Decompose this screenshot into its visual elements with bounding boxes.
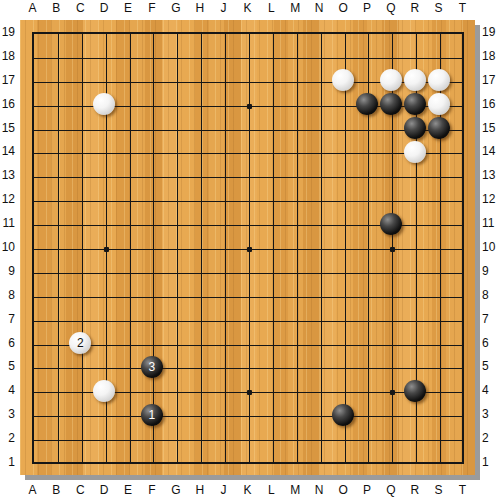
intersection-K7[interactable] bbox=[236, 307, 260, 331]
intersection-G14[interactable] bbox=[164, 140, 188, 164]
intersection-E15[interactable] bbox=[116, 116, 140, 140]
intersection-A5[interactable] bbox=[21, 355, 45, 379]
intersection-M14[interactable] bbox=[283, 140, 307, 164]
intersection-O19[interactable] bbox=[331, 21, 355, 45]
white-stone-D4[interactable] bbox=[93, 380, 115, 402]
intersection-Q3[interactable] bbox=[379, 403, 403, 427]
intersection-K16[interactable] bbox=[236, 92, 260, 116]
intersection-T12[interactable] bbox=[451, 188, 475, 212]
intersection-B3[interactable] bbox=[44, 403, 68, 427]
intersection-E17[interactable] bbox=[116, 68, 140, 92]
intersection-K6[interactable] bbox=[236, 331, 260, 355]
intersection-N9[interactable] bbox=[307, 259, 331, 283]
intersection-D11[interactable] bbox=[92, 212, 116, 236]
intersection-C18[interactable] bbox=[68, 44, 92, 68]
intersection-H1[interactable] bbox=[188, 451, 212, 475]
intersection-G11[interactable] bbox=[164, 212, 188, 236]
intersection-F19[interactable] bbox=[140, 21, 164, 45]
intersection-F9[interactable] bbox=[140, 259, 164, 283]
intersection-P11[interactable] bbox=[355, 212, 379, 236]
intersection-C17[interactable] bbox=[68, 68, 92, 92]
intersection-F1[interactable] bbox=[140, 451, 164, 475]
intersection-S4[interactable] bbox=[427, 379, 451, 403]
intersection-O18[interactable] bbox=[331, 44, 355, 68]
intersection-F15[interactable] bbox=[140, 116, 164, 140]
intersection-Q18[interactable] bbox=[379, 44, 403, 68]
intersection-E12[interactable] bbox=[116, 188, 140, 212]
intersection-H8[interactable] bbox=[188, 283, 212, 307]
intersection-G15[interactable] bbox=[164, 116, 188, 140]
intersection-A7[interactable] bbox=[21, 307, 45, 331]
intersection-K4[interactable] bbox=[236, 379, 260, 403]
intersection-F3[interactable]: 1 bbox=[140, 403, 164, 427]
intersection-Q15[interactable] bbox=[379, 116, 403, 140]
intersection-N14[interactable] bbox=[307, 140, 331, 164]
intersection-O17[interactable] bbox=[331, 68, 355, 92]
intersection-S14[interactable] bbox=[427, 140, 451, 164]
white-stone-S16[interactable] bbox=[428, 93, 450, 115]
intersection-N16[interactable] bbox=[307, 92, 331, 116]
intersection-D15[interactable] bbox=[92, 116, 116, 140]
intersection-E10[interactable] bbox=[116, 236, 140, 260]
intersection-F11[interactable] bbox=[140, 212, 164, 236]
intersection-R18[interactable] bbox=[403, 44, 427, 68]
intersection-P9[interactable] bbox=[355, 259, 379, 283]
intersection-C19[interactable] bbox=[68, 21, 92, 45]
intersection-F18[interactable] bbox=[140, 44, 164, 68]
intersection-P8[interactable] bbox=[355, 283, 379, 307]
intersection-P10[interactable] bbox=[355, 236, 379, 260]
intersection-B14[interactable] bbox=[44, 140, 68, 164]
intersection-E18[interactable] bbox=[116, 44, 140, 68]
intersection-P17[interactable] bbox=[355, 68, 379, 92]
intersection-P19[interactable] bbox=[355, 21, 379, 45]
intersection-R12[interactable] bbox=[403, 188, 427, 212]
intersection-R6[interactable] bbox=[403, 331, 427, 355]
black-stone-R4[interactable] bbox=[404, 380, 426, 402]
intersection-F6[interactable] bbox=[140, 331, 164, 355]
intersection-C12[interactable] bbox=[68, 188, 92, 212]
intersection-S8[interactable] bbox=[427, 283, 451, 307]
intersection-B6[interactable] bbox=[44, 331, 68, 355]
intersection-B16[interactable] bbox=[44, 92, 68, 116]
intersection-Q2[interactable] bbox=[379, 427, 403, 451]
intersection-J9[interactable] bbox=[212, 259, 236, 283]
intersection-R3[interactable] bbox=[403, 403, 427, 427]
intersection-H7[interactable] bbox=[188, 307, 212, 331]
intersection-G1[interactable] bbox=[164, 451, 188, 475]
intersection-S18[interactable] bbox=[427, 44, 451, 68]
white-stone-S17[interactable] bbox=[428, 69, 450, 91]
intersection-N4[interactable] bbox=[307, 379, 331, 403]
intersection-L17[interactable] bbox=[259, 68, 283, 92]
intersection-J3[interactable] bbox=[212, 403, 236, 427]
intersection-K9[interactable] bbox=[236, 259, 260, 283]
black-stone-Q11[interactable] bbox=[380, 213, 402, 235]
intersection-T15[interactable] bbox=[451, 116, 475, 140]
intersection-L16[interactable] bbox=[259, 92, 283, 116]
intersection-A2[interactable] bbox=[21, 427, 45, 451]
intersection-K1[interactable] bbox=[236, 451, 260, 475]
intersection-E6[interactable] bbox=[116, 331, 140, 355]
intersection-B17[interactable] bbox=[44, 68, 68, 92]
intersection-T18[interactable] bbox=[451, 44, 475, 68]
intersection-K12[interactable] bbox=[236, 188, 260, 212]
intersection-B11[interactable] bbox=[44, 212, 68, 236]
intersection-T8[interactable] bbox=[451, 283, 475, 307]
intersection-T16[interactable] bbox=[451, 92, 475, 116]
intersection-L19[interactable] bbox=[259, 21, 283, 45]
intersection-D8[interactable] bbox=[92, 283, 116, 307]
intersection-E9[interactable] bbox=[116, 259, 140, 283]
intersection-S9[interactable] bbox=[427, 259, 451, 283]
intersection-A3[interactable] bbox=[21, 403, 45, 427]
intersection-O12[interactable] bbox=[331, 188, 355, 212]
intersection-L4[interactable] bbox=[259, 379, 283, 403]
intersection-D18[interactable] bbox=[92, 44, 116, 68]
intersection-P2[interactable] bbox=[355, 427, 379, 451]
intersection-L11[interactable] bbox=[259, 212, 283, 236]
intersection-P4[interactable] bbox=[355, 379, 379, 403]
intersection-H15[interactable] bbox=[188, 116, 212, 140]
intersection-M5[interactable] bbox=[283, 355, 307, 379]
intersection-M11[interactable] bbox=[283, 212, 307, 236]
intersection-C15[interactable] bbox=[68, 116, 92, 140]
intersection-C9[interactable] bbox=[68, 259, 92, 283]
intersection-P3[interactable] bbox=[355, 403, 379, 427]
intersection-D17[interactable] bbox=[92, 68, 116, 92]
black-stone-Q16[interactable] bbox=[380, 93, 402, 115]
intersection-N5[interactable] bbox=[307, 355, 331, 379]
intersection-R9[interactable] bbox=[403, 259, 427, 283]
intersection-R2[interactable] bbox=[403, 427, 427, 451]
intersection-J10[interactable] bbox=[212, 236, 236, 260]
intersection-G8[interactable] bbox=[164, 283, 188, 307]
intersection-G10[interactable] bbox=[164, 236, 188, 260]
intersection-N1[interactable] bbox=[307, 451, 331, 475]
white-stone-C6[interactable]: 2 bbox=[69, 332, 91, 354]
intersection-E19[interactable] bbox=[116, 21, 140, 45]
intersection-C10[interactable] bbox=[68, 236, 92, 260]
intersection-M7[interactable] bbox=[283, 307, 307, 331]
intersection-T2[interactable] bbox=[451, 427, 475, 451]
intersection-B12[interactable] bbox=[44, 188, 68, 212]
intersection-C5[interactable] bbox=[68, 355, 92, 379]
intersection-R10[interactable] bbox=[403, 236, 427, 260]
intersection-J8[interactable] bbox=[212, 283, 236, 307]
intersection-T9[interactable] bbox=[451, 259, 475, 283]
intersection-H13[interactable] bbox=[188, 164, 212, 188]
intersection-S12[interactable] bbox=[427, 188, 451, 212]
intersection-F17[interactable] bbox=[140, 68, 164, 92]
intersection-T7[interactable] bbox=[451, 307, 475, 331]
intersection-A11[interactable] bbox=[21, 212, 45, 236]
intersection-J19[interactable] bbox=[212, 21, 236, 45]
intersection-S2[interactable] bbox=[427, 427, 451, 451]
intersection-B18[interactable] bbox=[44, 44, 68, 68]
intersection-G5[interactable] bbox=[164, 355, 188, 379]
intersection-S13[interactable] bbox=[427, 164, 451, 188]
intersection-A18[interactable] bbox=[21, 44, 45, 68]
black-stone-P16[interactable] bbox=[356, 93, 378, 115]
intersection-G6[interactable] bbox=[164, 331, 188, 355]
intersection-R5[interactable] bbox=[403, 355, 427, 379]
intersection-M4[interactable] bbox=[283, 379, 307, 403]
intersection-D19[interactable] bbox=[92, 21, 116, 45]
intersection-G7[interactable] bbox=[164, 307, 188, 331]
intersection-Q14[interactable] bbox=[379, 140, 403, 164]
intersection-A19[interactable] bbox=[21, 21, 45, 45]
intersection-Q5[interactable] bbox=[379, 355, 403, 379]
intersection-D1[interactable] bbox=[92, 451, 116, 475]
intersection-P15[interactable] bbox=[355, 116, 379, 140]
intersection-A6[interactable] bbox=[21, 331, 45, 355]
intersection-E14[interactable] bbox=[116, 140, 140, 164]
intersection-M6[interactable] bbox=[283, 331, 307, 355]
intersection-G17[interactable] bbox=[164, 68, 188, 92]
black-stone-R16[interactable] bbox=[404, 93, 426, 115]
intersection-D14[interactable] bbox=[92, 140, 116, 164]
intersection-N17[interactable] bbox=[307, 68, 331, 92]
intersection-E11[interactable] bbox=[116, 212, 140, 236]
intersection-A1[interactable] bbox=[21, 451, 45, 475]
intersection-N7[interactable] bbox=[307, 307, 331, 331]
intersection-F8[interactable] bbox=[140, 283, 164, 307]
intersection-P1[interactable] bbox=[355, 451, 379, 475]
black-stone-R15[interactable] bbox=[404, 117, 426, 139]
intersection-O4[interactable] bbox=[331, 379, 355, 403]
intersection-H10[interactable] bbox=[188, 236, 212, 260]
intersection-O6[interactable] bbox=[331, 331, 355, 355]
intersection-E16[interactable] bbox=[116, 92, 140, 116]
intersection-G3[interactable] bbox=[164, 403, 188, 427]
intersection-E13[interactable] bbox=[116, 164, 140, 188]
intersection-O9[interactable] bbox=[331, 259, 355, 283]
black-stone-F3[interactable]: 1 bbox=[141, 404, 163, 426]
intersection-H18[interactable] bbox=[188, 44, 212, 68]
intersection-E4[interactable] bbox=[116, 379, 140, 403]
intersection-P6[interactable] bbox=[355, 331, 379, 355]
intersection-Q10[interactable] bbox=[379, 236, 403, 260]
intersection-F16[interactable] bbox=[140, 92, 164, 116]
intersection-S6[interactable] bbox=[427, 331, 451, 355]
intersection-F10[interactable] bbox=[140, 236, 164, 260]
intersection-G16[interactable] bbox=[164, 92, 188, 116]
intersection-L15[interactable] bbox=[259, 116, 283, 140]
intersection-H19[interactable] bbox=[188, 21, 212, 45]
intersection-R1[interactable] bbox=[403, 451, 427, 475]
intersection-E5[interactable] bbox=[116, 355, 140, 379]
intersection-G4[interactable] bbox=[164, 379, 188, 403]
intersection-Q19[interactable] bbox=[379, 21, 403, 45]
intersection-R4[interactable] bbox=[403, 379, 427, 403]
intersection-H5[interactable] bbox=[188, 355, 212, 379]
intersection-F13[interactable] bbox=[140, 164, 164, 188]
intersection-L9[interactable] bbox=[259, 259, 283, 283]
intersection-A13[interactable] bbox=[21, 164, 45, 188]
intersection-B15[interactable] bbox=[44, 116, 68, 140]
intersection-Q17[interactable] bbox=[379, 68, 403, 92]
intersection-G12[interactable] bbox=[164, 188, 188, 212]
intersection-S7[interactable] bbox=[427, 307, 451, 331]
intersection-S5[interactable] bbox=[427, 355, 451, 379]
intersection-J4[interactable] bbox=[212, 379, 236, 403]
intersection-B5[interactable] bbox=[44, 355, 68, 379]
intersection-A12[interactable] bbox=[21, 188, 45, 212]
intersection-M18[interactable] bbox=[283, 44, 307, 68]
intersection-D13[interactable] bbox=[92, 164, 116, 188]
intersection-S10[interactable] bbox=[427, 236, 451, 260]
intersection-P13[interactable] bbox=[355, 164, 379, 188]
intersection-F2[interactable] bbox=[140, 427, 164, 451]
intersection-J1[interactable] bbox=[212, 451, 236, 475]
intersection-D16[interactable] bbox=[92, 92, 116, 116]
intersection-C7[interactable] bbox=[68, 307, 92, 331]
intersection-R17[interactable] bbox=[403, 68, 427, 92]
intersection-M17[interactable] bbox=[283, 68, 307, 92]
intersection-R7[interactable] bbox=[403, 307, 427, 331]
intersection-J11[interactable] bbox=[212, 212, 236, 236]
intersection-M10[interactable] bbox=[283, 236, 307, 260]
intersection-P12[interactable] bbox=[355, 188, 379, 212]
intersection-K2[interactable] bbox=[236, 427, 260, 451]
intersection-C8[interactable] bbox=[68, 283, 92, 307]
intersection-O5[interactable] bbox=[331, 355, 355, 379]
intersection-C14[interactable] bbox=[68, 140, 92, 164]
intersection-H14[interactable] bbox=[188, 140, 212, 164]
intersection-A17[interactable] bbox=[21, 68, 45, 92]
intersection-G13[interactable] bbox=[164, 164, 188, 188]
intersection-N3[interactable] bbox=[307, 403, 331, 427]
intersection-F14[interactable] bbox=[140, 140, 164, 164]
intersection-K14[interactable] bbox=[236, 140, 260, 164]
intersection-D5[interactable] bbox=[92, 355, 116, 379]
intersection-Q12[interactable] bbox=[379, 188, 403, 212]
intersection-E2[interactable] bbox=[116, 427, 140, 451]
intersection-P5[interactable] bbox=[355, 355, 379, 379]
intersection-R13[interactable] bbox=[403, 164, 427, 188]
intersection-H17[interactable] bbox=[188, 68, 212, 92]
intersection-H3[interactable] bbox=[188, 403, 212, 427]
black-stone-O3[interactable] bbox=[332, 404, 354, 426]
intersection-R19[interactable] bbox=[403, 21, 427, 45]
intersection-O7[interactable] bbox=[331, 307, 355, 331]
intersection-T10[interactable] bbox=[451, 236, 475, 260]
intersection-C1[interactable] bbox=[68, 451, 92, 475]
intersection-B2[interactable] bbox=[44, 427, 68, 451]
white-stone-O17[interactable] bbox=[332, 69, 354, 91]
intersection-Q11[interactable] bbox=[379, 212, 403, 236]
intersection-J7[interactable] bbox=[212, 307, 236, 331]
intersection-D10[interactable] bbox=[92, 236, 116, 260]
intersection-Q8[interactable] bbox=[379, 283, 403, 307]
intersection-D4[interactable] bbox=[92, 379, 116, 403]
intersection-P18[interactable] bbox=[355, 44, 379, 68]
intersection-E3[interactable] bbox=[116, 403, 140, 427]
intersection-B13[interactable] bbox=[44, 164, 68, 188]
intersection-K11[interactable] bbox=[236, 212, 260, 236]
intersection-H6[interactable] bbox=[188, 331, 212, 355]
intersection-G2[interactable] bbox=[164, 427, 188, 451]
intersection-M8[interactable] bbox=[283, 283, 307, 307]
intersection-D12[interactable] bbox=[92, 188, 116, 212]
intersection-M16[interactable] bbox=[283, 92, 307, 116]
intersection-M2[interactable] bbox=[283, 427, 307, 451]
intersection-L5[interactable] bbox=[259, 355, 283, 379]
intersection-K10[interactable] bbox=[236, 236, 260, 260]
intersection-L2[interactable] bbox=[259, 427, 283, 451]
intersection-S1[interactable] bbox=[427, 451, 451, 475]
intersection-E8[interactable] bbox=[116, 283, 140, 307]
intersection-T3[interactable] bbox=[451, 403, 475, 427]
intersection-M1[interactable] bbox=[283, 451, 307, 475]
intersection-L13[interactable] bbox=[259, 164, 283, 188]
intersection-J12[interactable] bbox=[212, 188, 236, 212]
intersection-N19[interactable] bbox=[307, 21, 331, 45]
intersection-T11[interactable] bbox=[451, 212, 475, 236]
intersection-G19[interactable] bbox=[164, 21, 188, 45]
intersection-E7[interactable] bbox=[116, 307, 140, 331]
intersection-N18[interactable] bbox=[307, 44, 331, 68]
intersection-B7[interactable] bbox=[44, 307, 68, 331]
intersection-K19[interactable] bbox=[236, 21, 260, 45]
intersection-L12[interactable] bbox=[259, 188, 283, 212]
intersection-O14[interactable] bbox=[331, 140, 355, 164]
intersection-S17[interactable] bbox=[427, 68, 451, 92]
intersection-L18[interactable] bbox=[259, 44, 283, 68]
intersection-J16[interactable] bbox=[212, 92, 236, 116]
intersection-B19[interactable] bbox=[44, 21, 68, 45]
intersection-J5[interactable] bbox=[212, 355, 236, 379]
intersection-S3[interactable] bbox=[427, 403, 451, 427]
intersection-P7[interactable] bbox=[355, 307, 379, 331]
intersection-N15[interactable] bbox=[307, 116, 331, 140]
intersection-B4[interactable] bbox=[44, 379, 68, 403]
intersection-F12[interactable] bbox=[140, 188, 164, 212]
intersection-Q7[interactable] bbox=[379, 307, 403, 331]
intersection-L8[interactable] bbox=[259, 283, 283, 307]
white-stone-R14[interactable] bbox=[404, 141, 426, 163]
intersection-N10[interactable] bbox=[307, 236, 331, 260]
intersection-H16[interactable] bbox=[188, 92, 212, 116]
intersection-J17[interactable] bbox=[212, 68, 236, 92]
intersection-C13[interactable] bbox=[68, 164, 92, 188]
intersection-L1[interactable] bbox=[259, 451, 283, 475]
intersection-H4[interactable] bbox=[188, 379, 212, 403]
intersection-A14[interactable] bbox=[21, 140, 45, 164]
intersection-L14[interactable] bbox=[259, 140, 283, 164]
intersection-C6[interactable]: 2 bbox=[68, 331, 92, 355]
intersection-C11[interactable] bbox=[68, 212, 92, 236]
intersection-O10[interactable] bbox=[331, 236, 355, 260]
intersection-L3[interactable] bbox=[259, 403, 283, 427]
intersection-C4[interactable] bbox=[68, 379, 92, 403]
intersection-D2[interactable] bbox=[92, 427, 116, 451]
intersection-O3[interactable] bbox=[331, 403, 355, 427]
intersection-Q1[interactable] bbox=[379, 451, 403, 475]
intersection-D6[interactable] bbox=[92, 331, 116, 355]
white-stone-Q17[interactable] bbox=[380, 69, 402, 91]
intersection-T19[interactable] bbox=[451, 21, 475, 45]
white-stone-D16[interactable] bbox=[93, 93, 115, 115]
intersection-F7[interactable] bbox=[140, 307, 164, 331]
intersection-M9[interactable] bbox=[283, 259, 307, 283]
intersection-K3[interactable] bbox=[236, 403, 260, 427]
intersection-M3[interactable] bbox=[283, 403, 307, 427]
intersection-N11[interactable] bbox=[307, 212, 331, 236]
intersection-F4[interactable] bbox=[140, 379, 164, 403]
intersection-A16[interactable] bbox=[21, 92, 45, 116]
